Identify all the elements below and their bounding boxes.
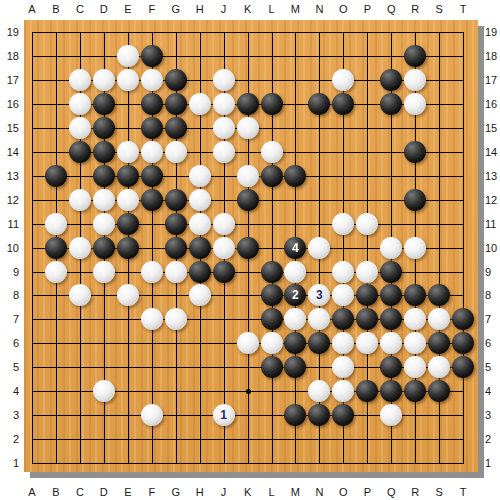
stone-white (332, 261, 354, 283)
coord-label: 10 (485, 242, 500, 255)
coord-label: 1 (0, 457, 19, 470)
stone-white (213, 141, 235, 163)
stone-black (261, 165, 283, 187)
stone-black (380, 380, 402, 402)
stone-white (117, 189, 139, 211)
stone-black (380, 93, 402, 115)
stone-white (69, 69, 91, 91)
stone-white (117, 69, 139, 91)
stone-white (189, 165, 211, 187)
stone-black (117, 237, 139, 259)
coord-label: M (285, 486, 305, 499)
stone-white (165, 141, 187, 163)
coord-label: 12 (485, 194, 500, 207)
coord-label: 3 (0, 409, 19, 422)
stone-black (380, 284, 402, 306)
coord-label: 7 (485, 313, 500, 326)
stone-white (428, 308, 450, 330)
stone-white (45, 261, 67, 283)
stone-black (165, 213, 187, 235)
coord-label: 11 (485, 218, 500, 231)
coord-label: 17 (485, 74, 500, 87)
move-number: 1 (213, 404, 235, 426)
stone-black (93, 93, 115, 115)
stone-black (237, 189, 259, 211)
coord-label: 12 (0, 194, 19, 207)
stone-black (165, 93, 187, 115)
stone-black (93, 117, 115, 139)
stone-white (332, 69, 354, 91)
stone-white (332, 213, 354, 235)
stone-white (332, 284, 354, 306)
coord-label: 3 (485, 409, 500, 422)
stone-black (404, 141, 426, 163)
stone-white (45, 213, 67, 235)
coord-label: 15 (485, 122, 500, 135)
stone-white (237, 165, 259, 187)
coord-label: 1 (485, 457, 500, 470)
stone-white (332, 332, 354, 354)
stone-black (141, 45, 163, 67)
grid-line-h (32, 463, 464, 464)
stone-white (93, 69, 115, 91)
stone-white (237, 117, 259, 139)
coord-label: T (453, 3, 473, 16)
stone-black (404, 45, 426, 67)
stone-white (189, 189, 211, 211)
coord-label: Q (381, 486, 401, 499)
coord-label: L (262, 3, 282, 16)
stone-black (380, 308, 402, 330)
stone-black (45, 165, 67, 187)
stone-white (69, 237, 91, 259)
coord-label: N (309, 486, 329, 499)
coord-label: 19 (485, 26, 500, 39)
stone-white (69, 284, 91, 306)
coord-label: 11 (0, 218, 19, 231)
stone-white (141, 141, 163, 163)
coord-label: 16 (0, 98, 19, 111)
stone-black (308, 93, 330, 115)
stone-black (261, 284, 283, 306)
stone-black (380, 261, 402, 283)
coord-label: 18 (0, 50, 19, 63)
stone-black (404, 284, 426, 306)
coord-label: 7 (0, 313, 19, 326)
coord-label: 16 (485, 98, 500, 111)
stone-black (332, 308, 354, 330)
stone-white (404, 69, 426, 91)
stone-black (284, 404, 306, 426)
coord-label: 5 (0, 361, 19, 374)
stone-white (237, 332, 259, 354)
stone-white (69, 117, 91, 139)
coord-label: 6 (0, 337, 19, 350)
stone-white (213, 213, 235, 235)
stone-white (141, 404, 163, 426)
stone-black (308, 404, 330, 426)
stone-white (165, 261, 187, 283)
stone-white (380, 332, 402, 354)
stone-white (141, 69, 163, 91)
coord-label: O (333, 3, 353, 16)
coord-label: 8 (485, 289, 500, 302)
stone-white (69, 93, 91, 115)
stone-white (189, 213, 211, 235)
coord-label: 13 (485, 170, 500, 183)
coord-label: J (214, 3, 234, 16)
stone-white (189, 284, 211, 306)
stone-black (261, 308, 283, 330)
stone-black (165, 237, 187, 259)
coord-label: J (214, 486, 234, 499)
stone-white (428, 356, 450, 378)
stone-black (117, 165, 139, 187)
stone-white (404, 237, 426, 259)
coord-label: K (238, 3, 258, 16)
stone-white (189, 93, 211, 115)
grid-line-v (463, 32, 464, 464)
coord-label: B (46, 3, 66, 16)
coord-label: Q (381, 3, 401, 16)
stone-white (332, 356, 354, 378)
stone-black (428, 380, 450, 402)
coord-label: E (118, 486, 138, 499)
coord-label: 14 (485, 146, 500, 159)
stone-white (261, 141, 283, 163)
grid-line-h (32, 439, 464, 440)
stone-black (308, 332, 330, 354)
stone-black (452, 332, 474, 354)
stone-black (332, 93, 354, 115)
go-board[interactable]: 1234 (24, 20, 478, 472)
stone-black (93, 237, 115, 259)
stone-white (404, 308, 426, 330)
stone-black (93, 141, 115, 163)
coord-label: 9 (0, 266, 19, 279)
stone-white (93, 261, 115, 283)
coord-label: 8 (0, 289, 19, 302)
stone-white (117, 284, 139, 306)
stone-white (308, 380, 330, 402)
coord-label: S (429, 486, 449, 499)
coord-label: 6 (485, 337, 500, 350)
stone-white (380, 237, 402, 259)
stone-black (428, 332, 450, 354)
stone-black (165, 189, 187, 211)
stone-black (165, 117, 187, 139)
move-number: 2 (284, 284, 306, 306)
coord-label: 4 (485, 385, 500, 398)
coord-label: 10 (0, 242, 19, 255)
stone-black (141, 117, 163, 139)
stone-black (404, 380, 426, 402)
coord-label: 18 (485, 50, 500, 63)
stone-white (213, 237, 235, 259)
stone-white (284, 308, 306, 330)
stone-black (45, 237, 67, 259)
coord-label: E (118, 3, 138, 16)
stone-white (356, 332, 378, 354)
stone-black (356, 308, 378, 330)
stone-white (93, 380, 115, 402)
stone-white (284, 261, 306, 283)
coord-label: G (166, 3, 186, 16)
stone-black (261, 261, 283, 283)
stone-black (165, 69, 187, 91)
stone-black (428, 284, 450, 306)
go-board-screen: ABCDEFGHJKLMNOPQRST ABCDEFGHJKLMNOPQRST … (0, 0, 500, 500)
stone-white (141, 261, 163, 283)
stone-black (284, 332, 306, 354)
coord-label: O (333, 486, 353, 499)
coord-label: 17 (0, 74, 19, 87)
stone-white (404, 93, 426, 115)
coord-label: L (262, 486, 282, 499)
stone-black (141, 189, 163, 211)
coord-label: A (22, 3, 42, 16)
stone-white (141, 308, 163, 330)
coord-label: C (70, 3, 90, 16)
stone-white (69, 189, 91, 211)
stone-black (141, 165, 163, 187)
coord-label: R (405, 3, 425, 16)
stone-white (308, 237, 330, 259)
stone-black (237, 93, 259, 115)
coord-label: B (46, 486, 66, 499)
coord-label: 14 (0, 146, 19, 159)
stone-black (117, 213, 139, 235)
coord-label: G (166, 486, 186, 499)
stone-white (213, 117, 235, 139)
stone-white (117, 141, 139, 163)
stone-black (284, 356, 306, 378)
coord-label: 4 (0, 385, 19, 398)
stone-black (452, 356, 474, 378)
stone-white (165, 308, 187, 330)
coord-label: M (285, 3, 305, 16)
coord-label: R (405, 486, 425, 499)
move-number: 4 (284, 237, 306, 259)
coord-label: K (238, 486, 258, 499)
stone-black (380, 69, 402, 91)
stone-black (189, 237, 211, 259)
stone-black (452, 308, 474, 330)
stone-white (213, 93, 235, 115)
star-point (246, 389, 251, 394)
stone-black (189, 261, 211, 283)
coord-label: N (309, 3, 329, 16)
stone-black (356, 380, 378, 402)
coord-label: H (190, 3, 210, 16)
coord-label: F (142, 486, 162, 499)
stone-white (356, 213, 378, 235)
stone-black (213, 261, 235, 283)
coord-label: S (429, 3, 449, 16)
coord-label: H (190, 486, 210, 499)
stone-white (261, 332, 283, 354)
stone-white (213, 69, 235, 91)
stone-white (308, 308, 330, 330)
stone-white (332, 380, 354, 402)
stone-white (356, 261, 378, 283)
stone-black (237, 237, 259, 259)
stone-black (69, 141, 91, 163)
stone-black (284, 165, 306, 187)
coord-label: 5 (485, 361, 500, 374)
coord-label: T (453, 486, 473, 499)
coord-label: 19 (0, 26, 19, 39)
stone-white (404, 332, 426, 354)
coord-label: D (94, 3, 114, 16)
coord-label: D (94, 486, 114, 499)
coord-label: 2 (0, 433, 19, 446)
coord-label: A (22, 486, 42, 499)
stone-white (93, 189, 115, 211)
coord-label: 13 (0, 170, 19, 183)
stone-black (404, 189, 426, 211)
stone-black (380, 356, 402, 378)
stone-black (141, 93, 163, 115)
stone-white (380, 404, 402, 426)
coord-label: 2 (485, 433, 500, 446)
stone-white (93, 213, 115, 235)
coord-label: 9 (485, 266, 500, 279)
coord-label: F (142, 3, 162, 16)
coord-label: P (357, 486, 377, 499)
move-number: 3 (308, 284, 330, 306)
stone-white (117, 45, 139, 67)
stone-black (332, 404, 354, 426)
coord-label: 15 (0, 122, 19, 135)
stone-black (356, 284, 378, 306)
stone-white (404, 356, 426, 378)
coord-label: C (70, 486, 90, 499)
coord-label: P (357, 3, 377, 16)
stone-black (261, 356, 283, 378)
stone-black (261, 93, 283, 115)
stone-black (93, 165, 115, 187)
